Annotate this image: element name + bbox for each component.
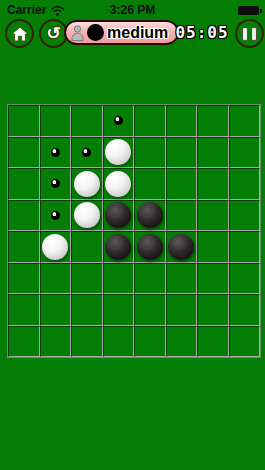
board-cell-c4[interactable] <box>71 200 103 232</box>
legal-move-hint[interactable] <box>51 211 60 220</box>
board-cell-h2[interactable] <box>229 137 261 169</box>
board-cell-e4[interactable] <box>134 200 166 232</box>
legal-move-hint[interactable] <box>51 148 60 157</box>
board-cell-e5[interactable] <box>134 231 166 263</box>
board-cell-e1[interactable] <box>134 105 166 137</box>
board-cell-a8[interactable] <box>8 326 40 358</box>
board-cell-c6[interactable] <box>71 263 103 295</box>
board-cell-b2[interactable] <box>40 137 72 169</box>
board-cell-f3[interactable] <box>166 168 198 200</box>
board-cell-g3[interactable] <box>197 168 229 200</box>
board-cell-d8[interactable] <box>103 326 135 358</box>
board-cell-g8[interactable] <box>197 326 229 358</box>
board-cell-b3[interactable] <box>40 168 72 200</box>
board-cell-h8[interactable] <box>229 326 261 358</box>
board-cell-b4[interactable] <box>40 200 72 232</box>
board-cell-a4[interactable] <box>8 200 40 232</box>
undo-icon: ↺ <box>46 25 60 42</box>
turn-indicator-pill: medium <box>64 20 179 45</box>
board-cell-a2[interactable] <box>8 137 40 169</box>
board-cell-c5[interactable] <box>71 231 103 263</box>
legal-move-hint[interactable] <box>82 148 91 157</box>
white-disc <box>105 139 131 165</box>
board-cell-f6[interactable] <box>166 263 198 295</box>
board <box>7 104 261 358</box>
board-cell-d6[interactable] <box>103 263 135 295</box>
white-disc <box>105 171 131 197</box>
app-screen: Carrier 3:26 PM ↺ medium 05:05 <box>0 0 265 470</box>
home-button[interactable] <box>5 19 34 48</box>
board-cell-g5[interactable] <box>197 231 229 263</box>
difficulty-label: medium <box>107 24 168 42</box>
board-cell-f4[interactable] <box>166 200 198 232</box>
black-disc <box>168 234 194 260</box>
board-cell-d2[interactable] <box>103 137 135 169</box>
legal-move-hint[interactable] <box>51 179 60 188</box>
board-cell-g6[interactable] <box>197 263 229 295</box>
board-cell-e7[interactable] <box>134 294 166 326</box>
board-cell-b6[interactable] <box>40 263 72 295</box>
board-cell-e3[interactable] <box>134 168 166 200</box>
board-cell-h5[interactable] <box>229 231 261 263</box>
board-cell-d1[interactable] <box>103 105 135 137</box>
status-bar: Carrier 3:26 PM <box>0 0 265 20</box>
pause-icon <box>242 27 257 41</box>
white-disc <box>74 171 100 197</box>
board-cell-b5[interactable] <box>40 231 72 263</box>
board-cell-d4[interactable] <box>103 200 135 232</box>
board-cell-a5[interactable] <box>8 231 40 263</box>
board-cell-c2[interactable] <box>71 137 103 169</box>
current-turn-disc <box>87 24 104 41</box>
board-cell-d5[interactable] <box>103 231 135 263</box>
board-cell-f1[interactable] <box>166 105 198 137</box>
clock-time: 3:26 PM <box>0 3 265 17</box>
board-cell-a3[interactable] <box>8 168 40 200</box>
board-cell-h3[interactable] <box>229 168 261 200</box>
white-disc <box>42 234 68 260</box>
board-cell-e8[interactable] <box>134 326 166 358</box>
black-disc <box>105 234 131 260</box>
board-cell-h1[interactable] <box>229 105 261 137</box>
board-cell-f2[interactable] <box>166 137 198 169</box>
legal-move-hint[interactable] <box>114 116 123 125</box>
black-disc <box>105 202 131 228</box>
board-cell-h7[interactable] <box>229 294 261 326</box>
board-cell-g4[interactable] <box>197 200 229 232</box>
board-cell-f5[interactable] <box>166 231 198 263</box>
board-cell-h4[interactable] <box>229 200 261 232</box>
board-cell-a6[interactable] <box>8 263 40 295</box>
board-cell-g1[interactable] <box>197 105 229 137</box>
board-cell-e2[interactable] <box>134 137 166 169</box>
board-cell-f8[interactable] <box>166 326 198 358</box>
board-cell-a7[interactable] <box>8 294 40 326</box>
board-cell-b7[interactable] <box>40 294 72 326</box>
black-disc <box>137 202 163 228</box>
black-disc <box>137 234 163 260</box>
board-cell-a1[interactable] <box>8 105 40 137</box>
battery-icon <box>238 6 259 15</box>
board-cell-e6[interactable] <box>134 263 166 295</box>
home-icon <box>12 27 28 41</box>
board-cell-d3[interactable] <box>103 168 135 200</box>
board-cell-c1[interactable] <box>71 105 103 137</box>
board-cell-c3[interactable] <box>71 168 103 200</box>
board-cell-c7[interactable] <box>71 294 103 326</box>
board-cell-f7[interactable] <box>166 294 198 326</box>
board-cell-h6[interactable] <box>229 263 261 295</box>
board-cell-c8[interactable] <box>71 326 103 358</box>
board-cell-g2[interactable] <box>197 137 229 169</box>
white-disc <box>74 202 100 228</box>
board-cell-g7[interactable] <box>197 294 229 326</box>
board-cell-d7[interactable] <box>103 294 135 326</box>
player-icon <box>71 25 84 41</box>
board-cell-b1[interactable] <box>40 105 72 137</box>
pause-button[interactable] <box>235 19 264 48</box>
game-timer: 05:05 <box>170 23 234 42</box>
board-cell-b8[interactable] <box>40 326 72 358</box>
